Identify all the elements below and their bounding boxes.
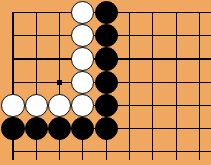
white-stone (25, 94, 48, 117)
white-stone (71, 94, 94, 117)
white-stone (71, 1, 94, 24)
white-stone (71, 47, 94, 70)
black-stone (71, 117, 94, 140)
white-stone (48, 94, 71, 117)
black-stone (25, 117, 48, 140)
black-stone (95, 47, 118, 70)
white-stone (1, 94, 24, 117)
stones (0, 0, 211, 165)
black-stone (48, 117, 71, 140)
go-board-diagram (0, 0, 211, 165)
black-stone (1, 117, 24, 140)
black-stone (95, 117, 118, 140)
black-stone (95, 71, 118, 94)
white-stone (71, 24, 94, 47)
white-stone (71, 71, 94, 94)
black-stone (95, 24, 118, 47)
black-stone (95, 1, 118, 24)
black-stone (95, 94, 118, 117)
